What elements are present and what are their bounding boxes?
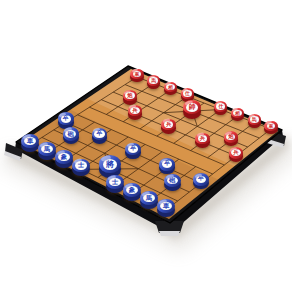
piece-red-elephant-g0[interactable]: 相 — [231, 108, 244, 122]
piece-top-face: 馬 — [140, 191, 157, 205]
piece-white-center: 卒 — [61, 115, 71, 123]
piece-white-center: 帥 — [186, 103, 198, 112]
piece-white-center: 馬 — [41, 145, 52, 153]
piece-top-face: 馬 — [147, 75, 160, 86]
soldier-glyph: 卒 — [198, 176, 204, 182]
horse-glyph: 馬 — [44, 146, 50, 152]
piece-white-center: 象 — [126, 186, 137, 194]
horse-glyph: 馬 — [151, 78, 156, 83]
piece-white-center: 馬 — [250, 116, 259, 122]
piece-white-center: 卒 — [196, 176, 206, 184]
piece-white-center: 兵 — [164, 121, 173, 128]
elephant-glyph: 相 — [235, 110, 240, 115]
soldier-glyph: 卒 — [130, 146, 136, 152]
piece-blue-soldier-i6[interactable]: 卒 — [193, 173, 209, 189]
piece-blue-cannon-b7[interactable]: 砲 — [63, 127, 79, 144]
piece-red-cannon-b2[interactable]: 炮 — [123, 90, 137, 105]
piece-white-center: 卒 — [162, 160, 172, 168]
advisor-glyph: 士 — [112, 178, 118, 184]
general-glyph: 帥 — [189, 104, 196, 111]
piece-white-center: 仕 — [183, 90, 192, 96]
piece-white-center: 車 — [160, 202, 171, 210]
piece-top-face: 卒 — [159, 158, 175, 171]
piece-red-soldier-c3[interactable]: 兵 — [128, 105, 143, 120]
piece-red-chariot-i0[interactable]: 車 — [264, 121, 277, 135]
scene: 車馬相仕仕相馬車帥炮炮兵兵兵兵卒卒卒卒卒砲砲將車馬象士士象馬車 — [0, 0, 292, 292]
cannon-glyph: 砲 — [169, 177, 175, 183]
elephant-glyph: 相 — [168, 84, 173, 89]
piece-blue-soldier-g6[interactable]: 卒 — [159, 158, 175, 174]
piece-blue-horse-b9[interactable]: 馬 — [38, 142, 55, 160]
chariot-glyph: 車 — [135, 71, 140, 76]
soldier-glyph: 兵 — [233, 150, 238, 155]
piece-red-chariot-a0[interactable]: 車 — [130, 69, 143, 83]
piece-white-center: 兵 — [198, 135, 207, 142]
piece-white-center: 兵 — [130, 107, 139, 114]
piece-top-face: 象 — [123, 183, 140, 197]
piece-blue-elephant-g9[interactable]: 象 — [123, 183, 140, 201]
piece-blue-chariot-i9[interactable]: 車 — [157, 199, 174, 217]
piece-white-center: 士 — [109, 178, 120, 186]
piece-blue-soldier-e6[interactable]: 卒 — [125, 143, 141, 159]
soldier-glyph: 卒 — [97, 131, 103, 137]
piece-white-center: 將 — [103, 159, 117, 170]
horse-glyph: 馬 — [252, 117, 257, 122]
piece-blue-soldier-a6[interactable]: 卒 — [58, 112, 74, 128]
soldier-glyph: 卒 — [63, 116, 69, 122]
piece-top-face: 仕 — [214, 101, 227, 112]
piece-white-center: 士 — [75, 161, 86, 169]
horse-glyph: 馬 — [146, 195, 152, 201]
advisor-glyph: 仕 — [185, 91, 190, 96]
piece-top-face: 兵 — [195, 133, 210, 145]
cannon-glyph: 炮 — [228, 134, 233, 139]
piece-blue-elephant-c9[interactable]: 象 — [55, 150, 72, 168]
piece-top-face: 卒 — [193, 173, 209, 186]
advisor-glyph: 士 — [78, 162, 84, 168]
pieces-layer: 車馬相仕仕相馬車帥炮炮兵兵兵兵卒卒卒卒卒砲砲將車馬象士士象馬車 — [0, 0, 292, 292]
piece-white-center: 相 — [233, 110, 242, 116]
piece-top-face: 馬 — [248, 114, 261, 125]
piece-blue-soldier-c6[interactable]: 卒 — [92, 128, 108, 144]
piece-top-face: 炮 — [224, 131, 238, 142]
piece-red-soldier-g3[interactable]: 兵 — [195, 133, 210, 148]
piece-top-face: 馬 — [38, 142, 55, 156]
cannon-glyph: 炮 — [127, 93, 132, 98]
piece-white-center: 車 — [24, 137, 35, 145]
piece-top-face: 車 — [157, 199, 174, 213]
piece-blue-cannon-h7[interactable]: 砲 — [164, 174, 180, 191]
piece-top-face: 砲 — [164, 174, 180, 187]
piece-white-center: 象 — [58, 153, 69, 161]
piece-red-general-e1[interactable]: 帥 — [183, 100, 201, 119]
piece-top-face: 象 — [55, 150, 72, 164]
piece-white-center: 卒 — [94, 130, 104, 138]
elephant-glyph: 象 — [129, 186, 135, 192]
piece-blue-advisor-f9[interactable]: 士 — [106, 175, 123, 193]
soldier-glyph: 卒 — [164, 161, 170, 167]
piece-red-cannon-h2[interactable]: 炮 — [224, 131, 238, 146]
chariot-glyph: 車 — [27, 138, 33, 144]
elephant-glyph: 象 — [61, 154, 67, 160]
piece-white-center: 砲 — [167, 177, 177, 185]
chariot-glyph: 車 — [269, 123, 274, 128]
piece-top-face: 卒 — [58, 112, 74, 125]
piece-white-center: 仕 — [216, 103, 225, 109]
advisor-glyph: 仕 — [218, 104, 223, 109]
piece-top-face: 車 — [130, 69, 143, 80]
piece-top-face: 士 — [72, 159, 89, 173]
soldier-glyph: 兵 — [200, 136, 205, 141]
piece-white-center: 相 — [166, 84, 175, 90]
piece-top-face: 砲 — [63, 127, 79, 140]
piece-red-soldier-i3[interactable]: 兵 — [229, 147, 244, 162]
general-glyph: 將 — [106, 160, 114, 168]
piece-blue-chariot-a9[interactable]: 車 — [21, 134, 38, 152]
piece-white-center: 炮 — [226, 134, 235, 141]
piece-red-advisor-f0[interactable]: 仕 — [214, 101, 227, 115]
chariot-glyph: 車 — [163, 203, 169, 209]
piece-white-center: 炮 — [125, 92, 134, 99]
piece-white-center: 馬 — [143, 194, 154, 202]
piece-red-elephant-c0[interactable]: 相 — [164, 82, 177, 96]
piece-blue-horse-h9[interactable]: 馬 — [140, 191, 157, 209]
piece-white-center: 砲 — [65, 130, 75, 138]
piece-red-horse-h0[interactable]: 馬 — [248, 114, 261, 128]
piece-top-face: 將 — [99, 155, 121, 173]
piece-white-center: 兵 — [231, 149, 240, 156]
piece-top-face: 仕 — [181, 88, 194, 99]
piece-red-horse-b0[interactable]: 馬 — [147, 75, 160, 89]
piece-top-face: 車 — [264, 121, 277, 132]
piece-white-center: 車 — [267, 123, 276, 129]
piece-white-center: 馬 — [149, 77, 158, 83]
cannon-glyph: 砲 — [68, 131, 74, 137]
soldier-glyph: 兵 — [132, 108, 137, 113]
soldier-glyph: 兵 — [166, 122, 171, 127]
piece-top-face: 兵 — [229, 147, 244, 159]
piece-white-center: 車 — [133, 71, 142, 77]
piece-blue-advisor-d9[interactable]: 士 — [72, 159, 89, 177]
piece-top-face: 車 — [21, 134, 38, 148]
piece-white-center: 卒 — [128, 145, 138, 153]
piece-red-soldier-e3[interactable]: 兵 — [161, 119, 176, 134]
piece-top-face: 士 — [106, 175, 123, 189]
